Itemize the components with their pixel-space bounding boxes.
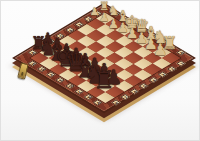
white-pawn-e2: ♟ xyxy=(117,22,129,35)
black-rook-a8: ♜ xyxy=(93,69,115,93)
white-pawn-d2: ♟ xyxy=(126,27,138,41)
black-pawn-b7: ♟ xyxy=(95,62,112,81)
black-pawn-d7: ♟ xyxy=(77,52,93,70)
white-bishop-f1: ♝ xyxy=(116,9,129,24)
black-bishop-c8: ♝ xyxy=(74,57,96,82)
white-rook-h1: ♜ xyxy=(99,1,109,12)
black-pawn-h7: ♟ xyxy=(41,32,54,47)
white-bishop-c1: ♝ xyxy=(143,23,159,41)
black-knight-b8: ♞ xyxy=(84,63,106,87)
white-pawn-b2: ♟ xyxy=(144,37,158,52)
pieces-layer: ♜♟♞♟♝♟♚♟♛♟♝♟♟♞♜♟♟♜♞♟♟♝♟♚♟♛♟♝♟♞♟♜ xyxy=(1,1,199,140)
black-pawn-g7: ♟ xyxy=(50,37,64,52)
black-bishop-f8: ♝ xyxy=(47,42,67,64)
white-pawn-g2: ♟ xyxy=(99,12,109,23)
black-pawn-e7: ♟ xyxy=(68,47,83,64)
white-rook-a1: ♜ xyxy=(162,35,178,53)
black-rook-h8: ♜ xyxy=(30,35,46,53)
black-pawn-f7: ♟ xyxy=(59,42,73,58)
black-knight-g8: ♞ xyxy=(39,39,57,59)
white-knight-g1: ♞ xyxy=(108,5,120,18)
black-pawn-a7: ♟ xyxy=(104,66,122,86)
black-queen-d8: ♛ xyxy=(64,50,87,76)
white-pawn-a2: ♟ xyxy=(153,42,167,58)
black-king-e8: ♚ xyxy=(55,45,78,71)
white-queen-d1: ♛ xyxy=(133,18,149,36)
black-pawn-c7: ♟ xyxy=(86,57,103,75)
chess-set-photo: HH88GG77FF66EE55DD44CC33BB22AA11 ♜♟♞♟♝♟♚… xyxy=(0,0,200,141)
white-pawn-c2: ♟ xyxy=(135,32,148,47)
white-knight-b1: ♞ xyxy=(152,29,168,47)
white-pawn-h2: ♟ xyxy=(90,7,100,18)
white-king-e1: ♚ xyxy=(124,12,140,30)
white-pawn-f2: ♟ xyxy=(108,17,119,29)
